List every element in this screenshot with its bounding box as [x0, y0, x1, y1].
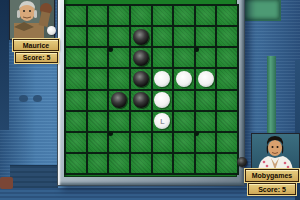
- player-portrait-mobygames: [251, 133, 300, 171]
- black-disc: [133, 29, 149, 45]
- background-left-shadow: [0, 0, 9, 130]
- board-cell[interactable]: [131, 91, 151, 110]
- maurice-name: Maurice: [23, 42, 49, 49]
- board-cell[interactable]: [217, 133, 237, 152]
- board-cell[interactable]: [88, 6, 108, 25]
- board-frame: L: [57, 0, 245, 186]
- board-cell[interactable]: [217, 48, 237, 67]
- background-blob: [33, 95, 42, 102]
- white-disc: [198, 71, 214, 87]
- board-cell[interactable]: [153, 154, 173, 173]
- board-cell[interactable]: [66, 69, 86, 88]
- white-disc: [154, 92, 170, 108]
- board-cell[interactable]: [196, 112, 216, 131]
- board-cell[interactable]: [109, 6, 129, 25]
- board-cell[interactable]: [131, 6, 151, 25]
- board-cell[interactable]: [153, 6, 173, 25]
- board-cell[interactable]: L: [153, 112, 173, 131]
- board-cell[interactable]: [217, 91, 237, 110]
- board-cell[interactable]: [131, 133, 151, 152]
- board-cell[interactable]: [66, 48, 86, 67]
- black-disc: [133, 71, 149, 87]
- board-grid: L: [64, 4, 239, 175]
- board-cell[interactable]: [217, 69, 237, 88]
- board-cell[interactable]: [217, 154, 237, 173]
- white-disc: [176, 71, 192, 87]
- board-cell[interactable]: [66, 154, 86, 173]
- board-cell[interactable]: [66, 6, 86, 25]
- background-picture-frame: [243, 0, 281, 21]
- black-disc: [133, 92, 149, 108]
- board-cell[interactable]: [131, 69, 151, 88]
- black-disc: [111, 92, 127, 108]
- board-star-point: [108, 131, 113, 136]
- board-cell[interactable]: [131, 154, 151, 173]
- board-cell[interactable]: [88, 69, 108, 88]
- board-cell[interactable]: [174, 91, 194, 110]
- board-cell[interactable]: [66, 133, 86, 152]
- board-cell[interactable]: [66, 91, 86, 110]
- mobygames-score: Score: 5: [258, 186, 286, 193]
- board-cell[interactable]: [217, 6, 237, 25]
- board-cell[interactable]: [109, 27, 129, 46]
- board-cell[interactable]: [131, 48, 151, 67]
- board-cell[interactable]: [174, 154, 194, 173]
- board-cell[interactable]: [88, 27, 108, 46]
- board-cell[interactable]: [131, 112, 151, 131]
- board-cell[interactable]: [66, 112, 86, 131]
- board-cell[interactable]: [196, 91, 216, 110]
- maurice-disc-color-indicator: [47, 26, 56, 35]
- board-cell[interactable]: [88, 112, 108, 131]
- maurice-name-plaque: Maurice: [13, 39, 59, 51]
- board-cell[interactable]: [217, 112, 237, 131]
- board-cell[interactable]: [174, 48, 194, 67]
- game-screen: L Maurice Score: 5: [0, 0, 300, 200]
- board-cell[interactable]: [88, 154, 108, 173]
- mobygames-disc-color-indicator: [237, 157, 247, 167]
- background-brown-mark: [0, 177, 13, 189]
- board-cell[interactable]: [109, 133, 129, 152]
- board-cell[interactable]: [196, 6, 216, 25]
- black-disc: [133, 50, 149, 66]
- maurice-score: Score: 5: [23, 54, 51, 61]
- board-cell[interactable]: [196, 48, 216, 67]
- maurice-score-plaque: Score: 5: [15, 52, 58, 63]
- board-cell[interactable]: [196, 27, 216, 46]
- board-cell[interactable]: [174, 112, 194, 131]
- mobygames-score-plaque: Score: 5: [248, 183, 296, 195]
- board-star-point: [194, 47, 199, 52]
- board-cell[interactable]: [131, 27, 151, 46]
- board-cell[interactable]: [174, 6, 194, 25]
- board-surface: L: [64, 0, 237, 177]
- board-cell[interactable]: [88, 91, 108, 110]
- board-cell[interactable]: [217, 27, 237, 46]
- board-star-point: [108, 47, 113, 52]
- board-cell[interactable]: [174, 133, 194, 152]
- board-cell[interactable]: [109, 154, 129, 173]
- board-star-point: [194, 131, 199, 136]
- board-cell[interactable]: [196, 154, 216, 173]
- background-blob: [19, 95, 28, 102]
- board-cell[interactable]: [109, 112, 129, 131]
- background-green-strip: [267, 56, 276, 136]
- board-cell[interactable]: [153, 48, 173, 67]
- board-cell[interactable]: [196, 133, 216, 152]
- mobygames-name: Mobygames: [252, 172, 292, 179]
- mobygames-avatar-art: [252, 134, 299, 170]
- board-cell[interactable]: [153, 69, 173, 88]
- board-cell[interactable]: [153, 27, 173, 46]
- board-cell[interactable]: [153, 133, 173, 152]
- board-cell[interactable]: [109, 91, 129, 110]
- mobygames-name-plaque: Mobygames: [245, 169, 299, 182]
- white-disc-last-move: L: [154, 113, 170, 129]
- board-cell[interactable]: [88, 48, 108, 67]
- board-cell[interactable]: [174, 27, 194, 46]
- board-cell[interactable]: [153, 91, 173, 110]
- white-disc: [154, 71, 170, 87]
- board-cell[interactable]: [174, 69, 194, 88]
- board-cell[interactable]: [109, 69, 129, 88]
- board-cell[interactable]: [88, 133, 108, 152]
- board-cell[interactable]: [66, 27, 86, 46]
- board-cell[interactable]: [196, 69, 216, 88]
